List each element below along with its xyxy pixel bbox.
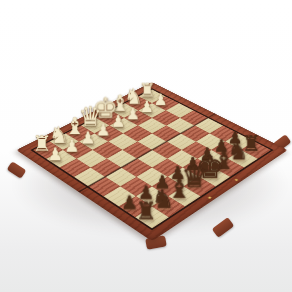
white-rook: ♜ [27, 134, 57, 155]
square-f3 [138, 118, 166, 134]
white-knight: ♞ [44, 124, 74, 147]
square-e4 [137, 133, 166, 150]
square-a8: ♜ [135, 207, 168, 229]
product-photo-scene: ♜♟♟♜♞♟♟♞♝♟♟♝♚♟♟♚♛♟♟♛♝♟♟♝♞♟♟♞♜♟♟♜ [0, 0, 292, 292]
brass-pin [234, 179, 238, 182]
brass-pin [207, 196, 212, 199]
square-f7: ♟ [197, 150, 227, 168]
square-d5 [137, 150, 167, 168]
